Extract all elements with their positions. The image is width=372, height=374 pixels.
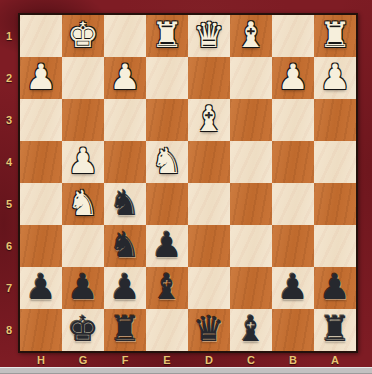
square-c6[interactable] [230, 225, 272, 267]
square-b4[interactable] [272, 141, 314, 183]
square-d8[interactable]: ♛ [188, 309, 230, 351]
square-e4[interactable]: ♞ [146, 141, 188, 183]
square-g6[interactable] [62, 225, 104, 267]
square-c8[interactable]: ♝ [230, 309, 272, 351]
square-e2[interactable] [146, 57, 188, 99]
square-b8[interactable] [272, 309, 314, 351]
square-h1[interactable] [20, 15, 62, 57]
piece-white-pawn[interactable]: ♟ [25, 60, 56, 95]
piece-white-bishop[interactable]: ♝ [235, 18, 266, 53]
square-h8[interactable] [20, 309, 62, 351]
chess-board-window: 12345678 ♚♜♛♝♜♟♟♟♟♝♟♞♞♞♞♟♟♟♟♝♟♟♚♜♛♝♜ HGF… [0, 0, 372, 374]
piece-black-bishop[interactable]: ♝ [151, 270, 182, 305]
square-a7[interactable]: ♟ [314, 267, 356, 309]
piece-black-pawn[interactable]: ♟ [67, 270, 98, 305]
rank-label: 2 [0, 57, 18, 99]
square-e3[interactable] [146, 99, 188, 141]
piece-white-knight[interactable]: ♞ [151, 144, 182, 179]
file-label: G [62, 352, 104, 367]
square-g1[interactable]: ♚ [62, 15, 104, 57]
piece-black-knight[interactable]: ♞ [109, 228, 140, 263]
square-a3[interactable] [314, 99, 356, 141]
piece-black-rook[interactable]: ♜ [319, 312, 350, 347]
piece-white-pawn[interactable]: ♟ [67, 144, 98, 179]
square-b3[interactable] [272, 99, 314, 141]
square-b1[interactable] [272, 15, 314, 57]
square-c2[interactable] [230, 57, 272, 99]
piece-black-knight[interactable]: ♞ [109, 186, 140, 221]
piece-white-bishop[interactable]: ♝ [193, 102, 224, 137]
square-a8[interactable]: ♜ [314, 309, 356, 351]
piece-white-rook[interactable]: ♜ [151, 18, 182, 53]
square-a2[interactable]: ♟ [314, 57, 356, 99]
file-label: A [314, 352, 356, 367]
square-g4[interactable]: ♟ [62, 141, 104, 183]
square-f7[interactable]: ♟ [104, 267, 146, 309]
square-e8[interactable] [146, 309, 188, 351]
square-e7[interactable]: ♝ [146, 267, 188, 309]
square-h6[interactable] [20, 225, 62, 267]
square-a5[interactable] [314, 183, 356, 225]
square-e1[interactable]: ♜ [146, 15, 188, 57]
piece-black-pawn[interactable]: ♟ [151, 228, 182, 263]
square-d4[interactable] [188, 141, 230, 183]
square-b2[interactable]: ♟ [272, 57, 314, 99]
rank-label: 8 [0, 309, 18, 351]
square-d6[interactable] [188, 225, 230, 267]
square-a1[interactable]: ♜ [314, 15, 356, 57]
file-label: B [272, 352, 314, 367]
rank-label: 5 [0, 183, 18, 225]
square-g7[interactable]: ♟ [62, 267, 104, 309]
rank-label: 4 [0, 141, 18, 183]
square-g3[interactable] [62, 99, 104, 141]
square-h5[interactable] [20, 183, 62, 225]
square-h3[interactable] [20, 99, 62, 141]
square-f1[interactable] [104, 15, 146, 57]
window-edge-strip [0, 367, 372, 374]
file-label: E [146, 352, 188, 367]
square-h7[interactable]: ♟ [20, 267, 62, 309]
square-e6[interactable]: ♟ [146, 225, 188, 267]
square-c4[interactable] [230, 141, 272, 183]
piece-white-pawn[interactable]: ♟ [319, 60, 350, 95]
rank-label: 3 [0, 99, 18, 141]
square-d7[interactable] [188, 267, 230, 309]
piece-black-bishop[interactable]: ♝ [235, 312, 266, 347]
square-f4[interactable] [104, 141, 146, 183]
square-f5[interactable]: ♞ [104, 183, 146, 225]
rank-label: 7 [0, 267, 18, 309]
piece-black-pawn[interactable]: ♟ [277, 270, 308, 305]
square-c3[interactable] [230, 99, 272, 141]
file-label: D [188, 352, 230, 367]
square-d2[interactable] [188, 57, 230, 99]
square-g2[interactable] [62, 57, 104, 99]
square-g8[interactable]: ♚ [62, 309, 104, 351]
piece-black-queen[interactable]: ♛ [193, 312, 224, 347]
square-h4[interactable] [20, 141, 62, 183]
piece-black-pawn[interactable]: ♟ [319, 270, 350, 305]
square-a6[interactable] [314, 225, 356, 267]
piece-white-rook[interactable]: ♜ [319, 18, 350, 53]
square-d5[interactable] [188, 183, 230, 225]
square-h2[interactable]: ♟ [20, 57, 62, 99]
piece-black-pawn[interactable]: ♟ [25, 270, 56, 305]
rank-labels: 12345678 [0, 15, 18, 351]
piece-white-pawn[interactable]: ♟ [277, 60, 308, 95]
square-c7[interactable] [230, 267, 272, 309]
file-label: F [104, 352, 146, 367]
square-f3[interactable] [104, 99, 146, 141]
square-e5[interactable] [146, 183, 188, 225]
piece-white-queen[interactable]: ♛ [193, 18, 224, 53]
square-c1[interactable]: ♝ [230, 15, 272, 57]
piece-black-pawn[interactable]: ♟ [109, 270, 140, 305]
square-b6[interactable] [272, 225, 314, 267]
file-label: H [20, 352, 62, 367]
square-d1[interactable]: ♛ [188, 15, 230, 57]
piece-black-king[interactable]: ♚ [67, 312, 98, 347]
file-labels: HGFEDCBA [20, 352, 356, 367]
chess-board: ♚♜♛♝♜♟♟♟♟♝♟♞♞♞♞♟♟♟♟♝♟♟♚♜♛♝♜ [18, 13, 358, 353]
piece-white-knight[interactable]: ♞ [67, 186, 98, 221]
square-b5[interactable] [272, 183, 314, 225]
piece-white-pawn[interactable]: ♟ [109, 60, 140, 95]
square-f8[interactable]: ♜ [104, 309, 146, 351]
square-f6[interactable]: ♞ [104, 225, 146, 267]
square-a4[interactable] [314, 141, 356, 183]
piece-white-king[interactable]: ♚ [67, 18, 98, 53]
file-label: C [230, 352, 272, 367]
square-c5[interactable] [230, 183, 272, 225]
rank-label: 1 [0, 15, 18, 57]
square-f2[interactable]: ♟ [104, 57, 146, 99]
square-g5[interactable]: ♞ [62, 183, 104, 225]
rank-label: 6 [0, 225, 18, 267]
square-d3[interactable]: ♝ [188, 99, 230, 141]
square-b7[interactable]: ♟ [272, 267, 314, 309]
piece-black-rook[interactable]: ♜ [109, 312, 140, 347]
